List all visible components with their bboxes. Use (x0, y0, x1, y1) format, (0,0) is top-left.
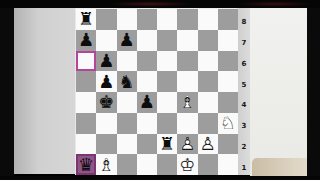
rank-label-strip: 87654321 (238, 8, 250, 175)
square-f4[interactable]: ♝♗ (177, 92, 197, 113)
square-h7[interactable] (218, 30, 238, 51)
piece-black-king: ♚ (96, 92, 116, 113)
white-bishop-outline: ♗ (177, 92, 197, 113)
piece-white-pawn: ♟♙ (198, 134, 218, 155)
square-d1[interactable] (137, 154, 157, 175)
square-e3[interactable] (157, 113, 177, 134)
square-g4[interactable] (198, 92, 218, 113)
right-light-panel (250, 8, 307, 176)
white-knight-outline: ♘ (218, 113, 238, 134)
square-a7[interactable]: ♟ (76, 30, 96, 51)
piece-black-rook: ♜ (157, 134, 177, 155)
piece-black-pawn: ♟ (137, 92, 157, 113)
piece-white-king: ♚♔ (177, 154, 197, 175)
square-b5[interactable]: ♟ (96, 71, 116, 92)
square-h8[interactable] (218, 9, 238, 30)
square-c3[interactable] (117, 113, 137, 134)
square-c8[interactable] (117, 9, 137, 30)
square-a6[interactable] (76, 51, 96, 72)
square-d7[interactable] (137, 30, 157, 51)
rank-label-5: 5 (238, 71, 250, 92)
square-c6[interactable] (117, 51, 137, 72)
piece-white-pawn: ♟♙ (177, 134, 197, 155)
piece-black-knight: ♞ (117, 71, 137, 92)
square-b3[interactable] (96, 113, 116, 134)
square-e1[interactable] (157, 154, 177, 175)
square-g8[interactable] (198, 9, 218, 30)
video-frame: ♜♟♟♟♟♞♚♟♝♗♞♘♜♟♙♟♙♛♝♗♚♔ 87654321 (0, 0, 320, 180)
rank-label-7: 7 (238, 29, 250, 50)
square-f1[interactable]: ♚♔ (177, 154, 197, 175)
square-c4[interactable] (117, 92, 137, 113)
square-a8[interactable]: ♜ (76, 9, 96, 30)
white-pawn-outline: ♙ (198, 134, 218, 155)
square-c2[interactable] (117, 134, 137, 155)
left-gray-panel (14, 8, 75, 174)
square-f2[interactable]: ♟♙ (177, 134, 197, 155)
square-b7[interactable] (96, 30, 116, 51)
square-a3[interactable] (76, 113, 96, 134)
white-bishop-outline: ♗ (96, 154, 116, 175)
square-h3[interactable]: ♞♘ (218, 113, 238, 134)
piece-white-bishop: ♝♗ (177, 92, 197, 113)
piece-black-pawn: ♟ (96, 51, 116, 72)
square-a1[interactable]: ♛ (76, 154, 96, 175)
square-e5[interactable] (157, 71, 177, 92)
piece-black-pawn: ♟ (96, 71, 116, 92)
rank-label-1: 1 (238, 154, 250, 175)
rank-label-8: 8 (238, 8, 250, 29)
square-e4[interactable] (157, 92, 177, 113)
right-black-edge (307, 8, 320, 176)
square-b8[interactable] (96, 9, 116, 30)
square-h2[interactable] (218, 134, 238, 155)
square-g5[interactable] (198, 71, 218, 92)
rank-label-2: 2 (238, 133, 250, 154)
square-d5[interactable] (137, 71, 157, 92)
square-f5[interactable] (177, 71, 197, 92)
square-h5[interactable] (218, 71, 238, 92)
square-g6[interactable] (198, 51, 218, 72)
square-d3[interactable] (137, 113, 157, 134)
square-g3[interactable] (198, 113, 218, 134)
square-c1[interactable] (117, 154, 137, 175)
square-f8[interactable] (177, 9, 197, 30)
square-e6[interactable] (157, 51, 177, 72)
square-b4[interactable]: ♚ (96, 92, 116, 113)
white-king-outline: ♔ (177, 154, 197, 175)
rank-label-4: 4 (238, 92, 250, 113)
square-c5[interactable]: ♞ (117, 71, 137, 92)
square-a5[interactable] (76, 71, 96, 92)
square-f7[interactable] (177, 30, 197, 51)
piece-white-knight: ♞♘ (218, 113, 238, 134)
top-letterbox-bar (0, 0, 320, 8)
square-d4[interactable]: ♟ (137, 92, 157, 113)
square-d2[interactable] (137, 134, 157, 155)
square-f3[interactable] (177, 113, 197, 134)
square-h6[interactable] (218, 51, 238, 72)
rank-label-3: 3 (238, 112, 250, 133)
square-h1[interactable] (218, 154, 238, 175)
square-a2[interactable] (76, 134, 96, 155)
square-g7[interactable] (198, 30, 218, 51)
square-b1[interactable]: ♝♗ (96, 154, 116, 175)
square-e2[interactable]: ♜ (157, 134, 177, 155)
square-h4[interactable] (218, 92, 238, 113)
piece-black-queen: ♛ (76, 154, 96, 175)
square-b2[interactable] (96, 134, 116, 155)
piece-black-rook: ♜ (76, 9, 96, 30)
left-black-edge (0, 8, 14, 176)
square-g2[interactable]: ♟♙ (198, 134, 218, 155)
rank-label-6: 6 (238, 50, 250, 71)
square-e7[interactable] (157, 30, 177, 51)
piece-black-pawn: ♟ (76, 30, 96, 51)
chess-board: ♜♟♟♟♟♞♚♟♝♗♞♘♜♟♙♟♙♛♝♗♚♔ (75, 8, 238, 175)
piece-black-pawn: ♟ (117, 30, 137, 51)
square-d8[interactable] (137, 9, 157, 30)
piece-white-bishop: ♝♗ (96, 154, 116, 175)
square-f6[interactable] (177, 51, 197, 72)
white-pawn-outline: ♙ (177, 134, 197, 155)
square-e8[interactable] (157, 9, 177, 30)
square-a4[interactable] (76, 92, 96, 113)
square-g1[interactable] (198, 154, 218, 175)
bottom-letterbox-bar (0, 176, 320, 180)
square-b6[interactable]: ♟ (96, 51, 116, 72)
square-c7[interactable]: ♟ (117, 30, 137, 51)
square-d6[interactable] (137, 51, 157, 72)
